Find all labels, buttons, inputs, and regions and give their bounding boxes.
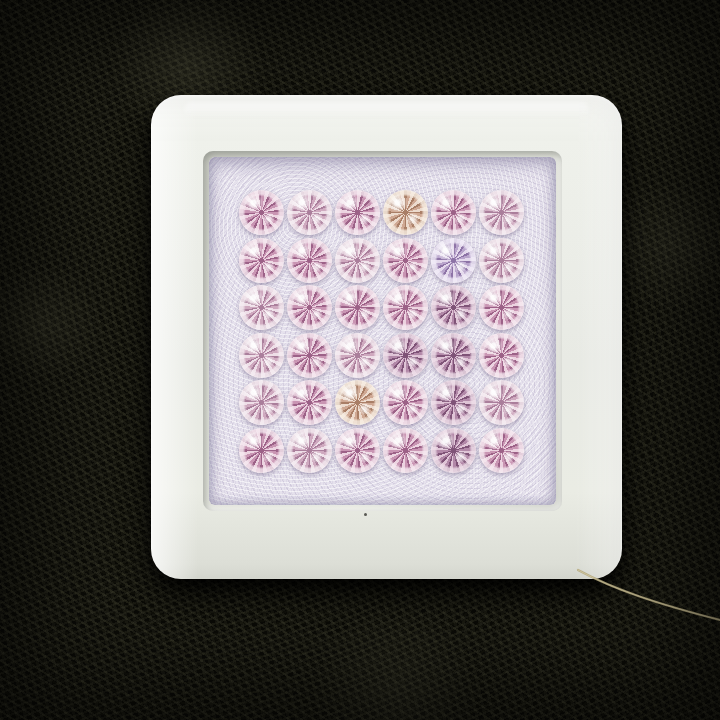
- gem-r6c4: [383, 428, 428, 473]
- gem-r4c5: [431, 333, 476, 378]
- gem-r2c4: [383, 238, 428, 283]
- gem-r2c3: [335, 238, 380, 283]
- gem-r2c5: [431, 238, 476, 283]
- gem-r4c2: [287, 333, 332, 378]
- gem-grid: [237, 189, 525, 474]
- gem-r2c6: [479, 238, 524, 283]
- gem-r5c2: [287, 380, 332, 425]
- gem-r3c2: [287, 285, 332, 330]
- gem-r3c6: [479, 285, 524, 330]
- gem-r1c4: [383, 190, 428, 235]
- gem-r1c6: [479, 190, 524, 235]
- gem-r3c4: [383, 285, 428, 330]
- gem-r6c6: [479, 428, 524, 473]
- dust-speck: [364, 513, 367, 516]
- gem-r6c2: [287, 428, 332, 473]
- photo-scene: [0, 0, 720, 720]
- gem-r4c1: [239, 333, 284, 378]
- gem-r3c1: [239, 285, 284, 330]
- stray-fiber: [560, 552, 720, 672]
- gem-r5c3: [335, 380, 380, 425]
- gem-r5c1: [239, 380, 284, 425]
- gem-r4c4: [383, 333, 428, 378]
- gem-r5c5: [431, 380, 476, 425]
- gem-r6c5: [431, 428, 476, 473]
- gem-r3c5: [431, 285, 476, 330]
- gem-r5c6: [479, 380, 524, 425]
- gem-r1c1: [239, 190, 284, 235]
- gem-r6c1: [239, 428, 284, 473]
- gem-r1c3: [335, 190, 380, 235]
- gem-r5c4: [383, 380, 428, 425]
- gem-r2c2: [287, 238, 332, 283]
- gem-r2c1: [239, 238, 284, 283]
- gem-r3c3: [335, 285, 380, 330]
- gem-r1c5: [431, 190, 476, 235]
- gem-r1c2: [287, 190, 332, 235]
- gem-r6c3: [335, 428, 380, 473]
- gem-r4c3: [335, 333, 380, 378]
- gem-r4c6: [479, 333, 524, 378]
